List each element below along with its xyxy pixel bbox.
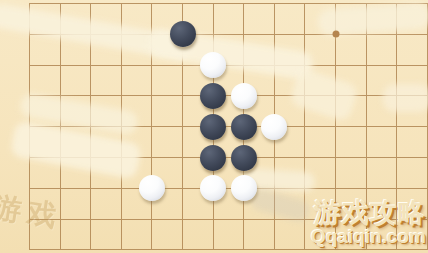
board-cell[interactable] [367, 96, 398, 127]
board-cell[interactable] [91, 35, 122, 66]
board-cell[interactable] [30, 158, 61, 189]
board-cell[interactable] [336, 96, 367, 127]
board-cell[interactable] [275, 158, 306, 189]
black-stone[interactable] [200, 83, 226, 109]
board-cell[interactable] [152, 66, 183, 97]
board-cell[interactable] [122, 4, 153, 35]
board-cell[interactable] [397, 66, 428, 97]
white-stone[interactable] [200, 52, 226, 78]
board-cell[interactable] [397, 35, 428, 66]
board-cell[interactable] [61, 220, 92, 251]
board-cell[interactable] [61, 66, 92, 97]
board-cell[interactable] [61, 96, 92, 127]
board-cell[interactable] [367, 35, 398, 66]
board-cell[interactable] [367, 220, 398, 251]
board-cell[interactable] [61, 35, 92, 66]
board-cell[interactable] [397, 4, 428, 35]
board-cell[interactable] [336, 127, 367, 158]
board-cell[interactable] [367, 4, 398, 35]
board-cell[interactable] [397, 158, 428, 189]
board-cell[interactable] [305, 35, 336, 66]
board-cell[interactable] [30, 96, 61, 127]
black-stone[interactable] [231, 145, 257, 171]
board-cell[interactable] [152, 96, 183, 127]
board-cell[interactable] [275, 220, 306, 251]
board-cell[interactable] [91, 158, 122, 189]
board-cell[interactable] [305, 96, 336, 127]
black-stone[interactable] [200, 114, 226, 140]
board-cell[interactable] [305, 66, 336, 97]
board-cell[interactable] [305, 4, 336, 35]
board-cell[interactable] [30, 127, 61, 158]
black-stone[interactable] [170, 21, 196, 47]
board-cell[interactable] [30, 35, 61, 66]
board-cell[interactable] [275, 189, 306, 220]
board-cell[interactable] [397, 96, 428, 127]
board-cell[interactable] [367, 189, 398, 220]
board-cell[interactable] [214, 220, 245, 251]
board-cell[interactable] [91, 66, 122, 97]
board-cell[interactable] [336, 35, 367, 66]
board-cell[interactable] [30, 220, 61, 251]
board-cell[interactable] [244, 220, 275, 251]
board-cell[interactable] [305, 158, 336, 189]
board-cell[interactable] [152, 220, 183, 251]
board-cell[interactable] [214, 4, 245, 35]
board-cell[interactable] [336, 66, 367, 97]
board-cell[interactable] [367, 66, 398, 97]
board-cell[interactable] [61, 189, 92, 220]
board-cell[interactable] [367, 127, 398, 158]
board-cell[interactable] [336, 189, 367, 220]
board-cell[interactable] [397, 220, 428, 251]
gomoku-board[interactable]: 游戏 游戏攻略 Qqaiqin.com [0, 0, 428, 253]
board-cell[interactable] [91, 220, 122, 251]
black-stone[interactable] [200, 145, 226, 171]
white-stone[interactable] [261, 114, 287, 140]
board-cell[interactable] [61, 127, 92, 158]
board-cell[interactable] [30, 189, 61, 220]
board-cell[interactable] [122, 66, 153, 97]
board-cell[interactable] [91, 4, 122, 35]
white-stone[interactable] [231, 175, 257, 201]
board-cell[interactable] [336, 220, 367, 251]
white-stone[interactable] [139, 175, 165, 201]
board-cell[interactable] [91, 96, 122, 127]
board-cell[interactable] [397, 189, 428, 220]
white-stone[interactable] [200, 175, 226, 201]
board-cell[interactable] [305, 127, 336, 158]
board-cell[interactable] [122, 96, 153, 127]
board-cell[interactable] [122, 35, 153, 66]
board-cell[interactable] [336, 158, 367, 189]
white-stone[interactable] [231, 83, 257, 109]
board-cell[interactable] [275, 35, 306, 66]
board-cell[interactable] [91, 127, 122, 158]
board-cell[interactable] [367, 158, 398, 189]
star-point [332, 31, 339, 38]
board-cell[interactable] [305, 220, 336, 251]
board-cell[interactable] [91, 189, 122, 220]
board-cell[interactable] [152, 127, 183, 158]
board-cell[interactable] [305, 189, 336, 220]
board-cell[interactable] [244, 35, 275, 66]
board-cell[interactable] [183, 220, 214, 251]
board-cell[interactable] [61, 158, 92, 189]
board-cell[interactable] [275, 4, 306, 35]
board-cell[interactable] [397, 127, 428, 158]
board-cell[interactable] [122, 127, 153, 158]
board-cell[interactable] [244, 4, 275, 35]
board-grid[interactable] [29, 3, 428, 250]
board-cell[interactable] [61, 4, 92, 35]
board-cell[interactable] [122, 220, 153, 251]
board-cell[interactable] [30, 66, 61, 97]
black-stone[interactable] [231, 114, 257, 140]
board-cell[interactable] [336, 4, 367, 35]
board-cell[interactable] [275, 66, 306, 97]
board-cell[interactable] [30, 4, 61, 35]
